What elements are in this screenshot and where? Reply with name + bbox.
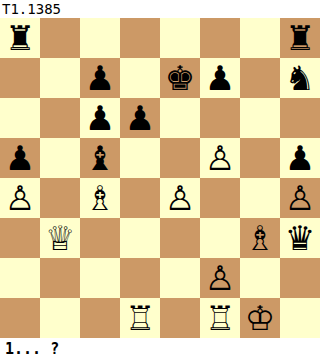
piece-white-pawn: ♙ <box>165 178 195 218</box>
square-b4[interactable] <box>40 178 80 218</box>
square-a8[interactable]: ♜ <box>0 18 40 58</box>
square-b8[interactable] <box>40 18 80 58</box>
square-f6[interactable] <box>200 98 240 138</box>
square-a4[interactable]: ♙ <box>0 178 40 218</box>
square-h2[interactable] <box>280 258 320 298</box>
square-a1[interactable] <box>0 298 40 338</box>
square-a6[interactable] <box>0 98 40 138</box>
square-h4[interactable]: ♙ <box>280 178 320 218</box>
square-h7[interactable]: ♞ <box>280 58 320 98</box>
square-e2[interactable] <box>160 258 200 298</box>
move-prompt: 1... ? <box>5 338 59 360</box>
chess-board: ♜♜♟♚♟♞♟♟♟♝♙♟♙♗♙♙♕♗♛♙♖♖♔ <box>0 18 320 338</box>
square-h6[interactable] <box>280 98 320 138</box>
square-c2[interactable] <box>80 258 120 298</box>
square-f5[interactable]: ♙ <box>200 138 240 178</box>
piece-white-pawn: ♙ <box>5 178 35 218</box>
square-c4[interactable]: ♗ <box>80 178 120 218</box>
piece-black-queen: ♛ <box>285 218 315 258</box>
square-f4[interactable] <box>200 178 240 218</box>
piece-white-queen: ♕ <box>45 218 75 258</box>
square-f1[interactable]: ♖ <box>200 298 240 338</box>
square-d3[interactable] <box>120 218 160 258</box>
square-e4[interactable]: ♙ <box>160 178 200 218</box>
square-e7[interactable]: ♚ <box>160 58 200 98</box>
square-d4[interactable] <box>120 178 160 218</box>
piece-white-pawn: ♙ <box>205 138 235 178</box>
square-c7[interactable]: ♟ <box>80 58 120 98</box>
square-d7[interactable] <box>120 58 160 98</box>
square-c1[interactable] <box>80 298 120 338</box>
title-bar: T1.1385 <box>0 0 320 18</box>
square-g7[interactable] <box>240 58 280 98</box>
square-h1[interactable] <box>280 298 320 338</box>
piece-black-bishop: ♝ <box>85 138 115 178</box>
square-g2[interactable] <box>240 258 280 298</box>
piece-black-pawn: ♟ <box>125 98 155 138</box>
square-e8[interactable] <box>160 18 200 58</box>
square-a3[interactable] <box>0 218 40 258</box>
piece-black-pawn: ♟ <box>85 98 115 138</box>
piece-black-knight: ♞ <box>285 58 315 98</box>
status-bar: 1... ? <box>0 338 320 360</box>
square-b2[interactable] <box>40 258 80 298</box>
square-a2[interactable] <box>0 258 40 298</box>
piece-black-pawn: ♟ <box>205 58 235 98</box>
piece-white-bishop: ♗ <box>85 178 115 218</box>
square-b6[interactable] <box>40 98 80 138</box>
square-h5[interactable]: ♟ <box>280 138 320 178</box>
square-c8[interactable] <box>80 18 120 58</box>
piece-white-bishop: ♗ <box>245 218 275 258</box>
square-h3[interactable]: ♛ <box>280 218 320 258</box>
square-f3[interactable] <box>200 218 240 258</box>
square-f2[interactable]: ♙ <box>200 258 240 298</box>
square-f7[interactable]: ♟ <box>200 58 240 98</box>
square-d5[interactable] <box>120 138 160 178</box>
square-b1[interactable] <box>40 298 80 338</box>
square-b3[interactable]: ♕ <box>40 218 80 258</box>
square-a5[interactable]: ♟ <box>0 138 40 178</box>
square-g3[interactable]: ♗ <box>240 218 280 258</box>
square-g4[interactable] <box>240 178 280 218</box>
square-g6[interactable] <box>240 98 280 138</box>
piece-white-rook: ♖ <box>125 298 155 338</box>
square-c3[interactable] <box>80 218 120 258</box>
piece-white-pawn: ♙ <box>205 258 235 298</box>
piece-black-king: ♚ <box>165 58 195 98</box>
piece-black-pawn: ♟ <box>285 138 315 178</box>
puzzle-id: T1.1385 <box>2 0 61 18</box>
piece-white-king: ♔ <box>245 298 275 338</box>
square-c6[interactable]: ♟ <box>80 98 120 138</box>
square-g5[interactable] <box>240 138 280 178</box>
chess-puzzle-window: T1.1385 ♜♜♟♚♟♞♟♟♟♝♙♟♙♗♙♙♕♗♛♙♖♖♔ 1... ? <box>0 0 320 360</box>
square-h8[interactable]: ♜ <box>280 18 320 58</box>
square-d2[interactable] <box>120 258 160 298</box>
piece-white-rook: ♖ <box>205 298 235 338</box>
square-d6[interactable]: ♟ <box>120 98 160 138</box>
square-b5[interactable] <box>40 138 80 178</box>
square-d8[interactable] <box>120 18 160 58</box>
piece-black-pawn: ♟ <box>85 58 115 98</box>
square-f8[interactable] <box>200 18 240 58</box>
piece-black-rook: ♜ <box>5 18 35 58</box>
square-d1[interactable]: ♖ <box>120 298 160 338</box>
square-b7[interactable] <box>40 58 80 98</box>
square-e5[interactable] <box>160 138 200 178</box>
square-e6[interactable] <box>160 98 200 138</box>
piece-black-pawn: ♟ <box>5 138 35 178</box>
square-e1[interactable] <box>160 298 200 338</box>
piece-white-pawn: ♙ <box>285 178 315 218</box>
square-a7[interactable] <box>0 58 40 98</box>
square-g8[interactable] <box>240 18 280 58</box>
square-g1[interactable]: ♔ <box>240 298 280 338</box>
square-e3[interactable] <box>160 218 200 258</box>
piece-black-rook: ♜ <box>285 18 315 58</box>
square-c5[interactable]: ♝ <box>80 138 120 178</box>
